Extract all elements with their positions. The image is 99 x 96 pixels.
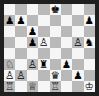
square-g4[interactable] — [72, 48, 83, 59]
square-e1[interactable]: ♖ — [50, 81, 61, 92]
square-a3[interactable]: ♘ — [4, 59, 15, 70]
square-f8[interactable] — [61, 4, 72, 15]
square-c7[interactable] — [27, 15, 38, 26]
square-a5[interactable] — [4, 37, 15, 48]
black-knight: ♞ — [85, 37, 94, 48]
black-rook: ♜ — [39, 59, 48, 70]
square-f5[interactable] — [61, 37, 72, 48]
white-pawn: ♙ — [28, 59, 37, 70]
square-g1[interactable] — [72, 81, 83, 92]
square-b6[interactable] — [15, 26, 26, 37]
square-a6[interactable] — [4, 26, 15, 37]
square-h6[interactable] — [84, 26, 95, 37]
black-queen: ♛ — [50, 70, 59, 81]
black-pawn: ♟ — [28, 37, 37, 48]
square-g8[interactable] — [72, 4, 83, 15]
square-g7[interactable] — [72, 15, 83, 26]
square-a7[interactable]: ♟ — [4, 15, 15, 26]
square-h1[interactable]: ♔ — [84, 81, 95, 92]
square-f6[interactable] — [61, 26, 72, 37]
square-c3[interactable]: ♙ — [27, 59, 38, 70]
black-pawn: ♟ — [73, 70, 82, 81]
square-b2[interactable]: ♙ — [15, 70, 26, 81]
square-a2[interactable]: ♙ — [4, 70, 15, 81]
square-c4[interactable] — [27, 48, 38, 59]
square-h3[interactable] — [84, 59, 95, 70]
white-knight: ♘ — [5, 59, 14, 70]
white-rook: ♖ — [50, 81, 59, 92]
square-d3[interactable]: ♜ — [38, 59, 49, 70]
square-h8[interactable] — [84, 4, 95, 15]
square-b5[interactable] — [15, 37, 26, 48]
square-d5[interactable]: ♙ — [38, 37, 49, 48]
black-pawn: ♟ — [28, 26, 37, 37]
square-e4[interactable] — [50, 48, 61, 59]
square-g2[interactable]: ♟ — [72, 70, 83, 81]
square-e2[interactable]: ♛ — [50, 70, 61, 81]
square-d1[interactable] — [38, 81, 49, 92]
square-e5[interactable] — [50, 37, 61, 48]
square-c8[interactable] — [27, 4, 38, 15]
square-d6[interactable] — [38, 26, 49, 37]
square-f4[interactable] — [61, 48, 72, 59]
square-f7[interactable] — [61, 15, 72, 26]
square-b1[interactable] — [15, 81, 26, 92]
white-pawn: ♙ — [16, 70, 25, 81]
chess-board: ♚♟♟♟♟♟♙♙♞♘♙♜♟♙♙♛♟♖♕♖♔ — [4, 4, 95, 92]
square-c5[interactable]: ♟ — [27, 37, 38, 48]
black-pawn: ♟ — [5, 15, 14, 26]
square-h5[interactable]: ♞ — [84, 37, 95, 48]
square-d4[interactable] — [38, 48, 49, 59]
square-b3[interactable] — [15, 59, 26, 70]
black-pawn: ♟ — [16, 15, 25, 26]
square-d7[interactable] — [38, 15, 49, 26]
square-d8[interactable] — [38, 4, 49, 15]
square-b7[interactable]: ♟ — [15, 15, 26, 26]
square-f2[interactable] — [61, 70, 72, 81]
square-a8[interactable] — [4, 4, 15, 15]
white-pawn: ♙ — [5, 70, 14, 81]
square-e7[interactable] — [50, 15, 61, 26]
square-c6[interactable]: ♟ — [27, 26, 38, 37]
square-e3[interactable] — [50, 59, 61, 70]
square-a4[interactable] — [4, 48, 15, 59]
square-e8[interactable]: ♚ — [50, 4, 61, 15]
square-h7[interactable]: ♟ — [84, 15, 95, 26]
square-f3[interactable]: ♟ — [61, 59, 72, 70]
square-b8[interactable] — [15, 4, 26, 15]
white-rook: ♖ — [5, 81, 14, 92]
chess-board-frame: ♚♟♟♟♟♟♙♙♞♘♙♜♟♙♙♛♟♖♕♖♔ — [0, 0, 99, 96]
white-pawn: ♙ — [39, 37, 48, 48]
square-f1[interactable] — [61, 81, 72, 92]
white-queen: ♕ — [28, 81, 37, 92]
square-h4[interactable] — [84, 48, 95, 59]
square-e6[interactable] — [50, 26, 61, 37]
square-c2[interactable] — [27, 70, 38, 81]
white-king: ♔ — [85, 81, 94, 92]
black-king: ♚ — [50, 4, 59, 15]
square-g5[interactable]: ♙ — [72, 37, 83, 48]
square-h2[interactable] — [84, 70, 95, 81]
black-pawn: ♟ — [85, 15, 94, 26]
square-b4[interactable] — [15, 48, 26, 59]
square-a1[interactable]: ♖ — [4, 81, 15, 92]
white-pawn: ♙ — [73, 37, 82, 48]
square-g6[interactable] — [72, 26, 83, 37]
square-d2[interactable] — [38, 70, 49, 81]
black-pawn: ♟ — [62, 59, 71, 70]
square-c1[interactable]: ♕ — [27, 81, 38, 92]
square-g3[interactable] — [72, 59, 83, 70]
